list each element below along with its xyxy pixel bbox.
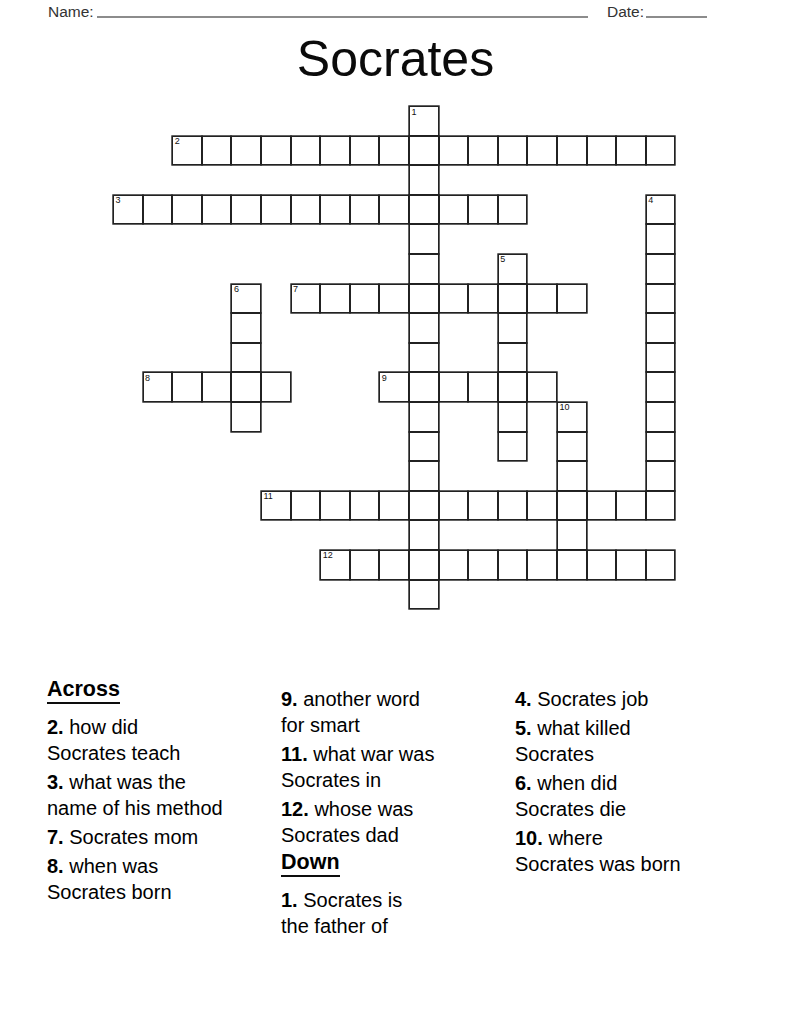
grid-cell[interactable] — [557, 136, 587, 166]
grid-cell[interactable] — [409, 165, 439, 195]
clue-item-number: 5. — [515, 717, 532, 739]
grid-cell[interactable] — [291, 195, 321, 225]
grid-cell[interactable] — [350, 195, 380, 225]
clue-item: 1. Socrates is the father of — [281, 887, 515, 939]
clue-number: 4 — [648, 196, 653, 205]
clue-item: 3. what was the name of his method — [47, 769, 281, 821]
clues-section: Across2. how did Socrates teach3. what w… — [47, 678, 765, 942]
clue-item: 7. Socrates mom — [47, 824, 281, 850]
grid-cell[interactable] — [646, 254, 676, 284]
grid-cell[interactable] — [527, 550, 557, 580]
clue-item-text: another word for smart — [281, 688, 420, 736]
grid-cell[interactable] — [439, 550, 469, 580]
clue-number: 11 — [263, 492, 272, 501]
grid-cell[interactable] — [409, 254, 439, 284]
grid-cell[interactable] — [527, 284, 557, 314]
grid-cell[interactable] — [646, 372, 676, 402]
grid-cell[interactable] — [498, 432, 528, 462]
grid-cell[interactable] — [231, 372, 261, 402]
grid-cell[interactable] — [379, 136, 409, 166]
grid-cell[interactable] — [468, 195, 498, 225]
clue-item: 11. what war was Socrates in — [281, 741, 515, 793]
grid-cell[interactable] — [202, 195, 232, 225]
clue-heading-text: Across — [47, 678, 120, 704]
grid-cell[interactable] — [557, 461, 587, 491]
grid-cell[interactable] — [231, 195, 261, 225]
clue-number: 10 — [559, 403, 569, 412]
clue-item-text: how did Socrates teach — [47, 716, 180, 764]
clue-item: 8. when was Socrates born — [47, 853, 281, 905]
grid-cell[interactable]: 5 — [498, 254, 528, 284]
grid-cell[interactable] — [439, 284, 469, 314]
grid-cell[interactable] — [587, 550, 617, 580]
clue-item-text: Socrates is the father of — [281, 889, 402, 937]
grid-cell[interactable]: 9 — [379, 372, 409, 402]
grid-cell[interactable] — [646, 432, 676, 462]
grid-cell[interactable] — [468, 284, 498, 314]
grid-cell[interactable] — [646, 343, 676, 373]
grid-cell[interactable] — [409, 195, 439, 225]
grid-cell[interactable] — [498, 491, 528, 521]
clue-number: 7 — [293, 285, 298, 294]
clue-number: 8 — [145, 374, 150, 383]
grid-cell[interactable] — [439, 136, 469, 166]
grid-cell[interactable] — [557, 284, 587, 314]
grid-cell[interactable]: 10 — [557, 402, 587, 432]
clue-item: 5. what killed Socrates — [515, 715, 765, 767]
grid-cell[interactable] — [527, 136, 557, 166]
clue-number: 9 — [382, 374, 387, 383]
grid-cell[interactable] — [320, 136, 350, 166]
grid-cell[interactable] — [261, 372, 291, 402]
grid-cell[interactable] — [409, 580, 439, 610]
grid-cell[interactable] — [468, 136, 498, 166]
clue-list-heading: Across — [47, 678, 281, 704]
grid-cell[interactable] — [498, 372, 528, 402]
grid-cell[interactable] — [439, 195, 469, 225]
grid-cell[interactable] — [379, 195, 409, 225]
clue-item-number: 2. — [47, 716, 64, 738]
grid-cell[interactable] — [409, 402, 439, 432]
clue-number: 6 — [234, 285, 239, 294]
grid-cell[interactable]: 11 — [261, 491, 291, 521]
grid-cell[interactable] — [646, 224, 676, 254]
grid-cell[interactable]: 8 — [143, 372, 173, 402]
clue-item-number: 12. — [281, 798, 309, 820]
clues-column: Across2. how did Socrates teach3. what w… — [47, 678, 281, 942]
clue-item-number: 10. — [515, 827, 543, 849]
grid-cell[interactable]: 7 — [291, 284, 321, 314]
clue-number: 3 — [116, 196, 121, 205]
clue-item-text: Socrates job — [537, 688, 648, 710]
clue-item-number: 6. — [515, 772, 532, 794]
clue-item-text: what was the name of his method — [47, 771, 223, 819]
grid-cell[interactable] — [202, 136, 232, 166]
grid-cell[interactable] — [143, 195, 173, 225]
grid-cell[interactable]: 1 — [409, 106, 439, 136]
grid-cell[interactable] — [557, 491, 587, 521]
grid-cell[interactable] — [468, 550, 498, 580]
grid-cell[interactable] — [379, 550, 409, 580]
name-label: Name: — [48, 4, 94, 20]
clue-item-text: Socrates mom — [69, 826, 198, 848]
clue-item: 12. whose was Socrates dad — [281, 796, 515, 848]
grid-cell[interactable] — [409, 136, 439, 166]
grid-cell[interactable] — [498, 343, 528, 373]
clue-number: 2 — [175, 137, 180, 146]
clue-item-text: when did Socrates die — [515, 772, 626, 820]
grid-cell[interactable] — [468, 491, 498, 521]
clue-item-number: 9. — [281, 688, 298, 710]
clue-item-number: 3. — [47, 771, 64, 793]
grid-cell[interactable] — [498, 195, 528, 225]
grid-cell[interactable] — [291, 136, 321, 166]
grid-cell[interactable] — [231, 136, 261, 166]
grid-cell[interactable] — [379, 491, 409, 521]
clue-item-number: 1. — [281, 889, 298, 911]
grid-cell[interactable] — [646, 461, 676, 491]
grid-cell[interactable] — [527, 491, 557, 521]
clues-column: 4. Socrates job5. what killed Socrates6.… — [515, 678, 765, 942]
grid-cell[interactable]: 6 — [231, 284, 261, 314]
grid-cell[interactable]: 2 — [172, 136, 202, 166]
grid-cell[interactable] — [320, 491, 350, 521]
clue-item-number: 11. — [281, 743, 308, 765]
grid-cell[interactable] — [527, 372, 557, 402]
grid-cell[interactable] — [616, 136, 646, 166]
clue-item: 9. another word for smart — [281, 686, 515, 738]
name-blank-line — [97, 16, 588, 18]
clue-heading-text: Down — [281, 851, 340, 877]
grid-cell[interactable] — [409, 372, 439, 402]
grid-cell[interactable] — [646, 402, 676, 432]
grid-cell[interactable] — [409, 520, 439, 550]
grid-cell[interactable] — [231, 313, 261, 343]
grid-cell[interactable] — [320, 284, 350, 314]
clue-item-number: 8. — [47, 855, 64, 877]
grid-cell[interactable] — [646, 550, 676, 580]
grid-cell[interactable] — [439, 372, 469, 402]
grid-cell[interactable] — [291, 491, 321, 521]
clue-number: 1 — [411, 108, 416, 117]
grid-cell[interactable] — [439, 491, 469, 521]
date-blank-line — [646, 16, 707, 18]
clue-item-text: what killed Socrates — [515, 717, 631, 765]
grid-cell[interactable] — [587, 491, 617, 521]
grid-cell[interactable] — [409, 550, 439, 580]
grid-cell[interactable] — [172, 372, 202, 402]
grid-cell[interactable] — [498, 313, 528, 343]
grid-cell[interactable] — [409, 491, 439, 521]
grid-cell[interactable] — [261, 136, 291, 166]
puzzle-title: Socrates — [0, 34, 791, 84]
grid-cell[interactable] — [498, 402, 528, 432]
clue-item: 10. where Socrates was born — [515, 825, 765, 877]
grid-cell[interactable] — [587, 136, 617, 166]
grid-cell[interactable] — [616, 491, 646, 521]
clues-column: 9. another word for smart11. what war wa… — [281, 678, 515, 942]
grid-cell[interactable] — [172, 195, 202, 225]
clue-item: 2. how did Socrates teach — [47, 714, 281, 766]
grid-cell[interactable] — [350, 136, 380, 166]
grid-cell[interactable] — [409, 432, 439, 462]
grid-cell[interactable] — [409, 224, 439, 254]
clue-item: 4. Socrates job — [515, 686, 765, 712]
crossword-grid: 123456789101112 — [113, 106, 675, 609]
grid-cell[interactable]: 3 — [113, 195, 143, 225]
grid-cell[interactable]: 12 — [320, 550, 350, 580]
grid-cell[interactable] — [261, 195, 291, 225]
grid-cell[interactable] — [202, 372, 232, 402]
grid-cell[interactable] — [557, 550, 587, 580]
grid-cell[interactable] — [646, 491, 676, 521]
grid-cell[interactable] — [646, 313, 676, 343]
clue-number: 5 — [500, 255, 505, 264]
grid-cell[interactable] — [498, 136, 528, 166]
grid-cell[interactable] — [231, 402, 261, 432]
clue-item: 6. when did Socrates die — [515, 770, 765, 822]
grid-cell[interactable] — [350, 550, 380, 580]
clue-item-number: 4. — [515, 688, 532, 710]
grid-cell[interactable]: 4 — [646, 195, 676, 225]
grid-cell[interactable] — [409, 284, 439, 314]
grid-cell[interactable] — [557, 520, 587, 550]
grid-cell[interactable] — [557, 432, 587, 462]
grid-cell[interactable] — [646, 136, 676, 166]
clue-item-text: when was Socrates born — [47, 855, 172, 903]
clue-item-number: 7. — [47, 826, 64, 848]
grid-cell[interactable] — [498, 284, 528, 314]
grid-cell[interactable] — [320, 195, 350, 225]
grid-cell[interactable] — [616, 550, 646, 580]
date-label: Date: — [607, 4, 644, 20]
grid-cell[interactable] — [409, 461, 439, 491]
grid-cell[interactable] — [409, 313, 439, 343]
grid-cell[interactable] — [379, 284, 409, 314]
grid-cell[interactable] — [409, 343, 439, 373]
grid-cell[interactable] — [468, 372, 498, 402]
grid-cell[interactable] — [350, 491, 380, 521]
grid-cell[interactable] — [646, 284, 676, 314]
grid-cell[interactable] — [498, 550, 528, 580]
grid-cell[interactable] — [350, 284, 380, 314]
grid-cell[interactable] — [231, 343, 261, 373]
clue-number: 12 — [323, 551, 333, 560]
clue-list-heading: Down — [281, 851, 515, 877]
